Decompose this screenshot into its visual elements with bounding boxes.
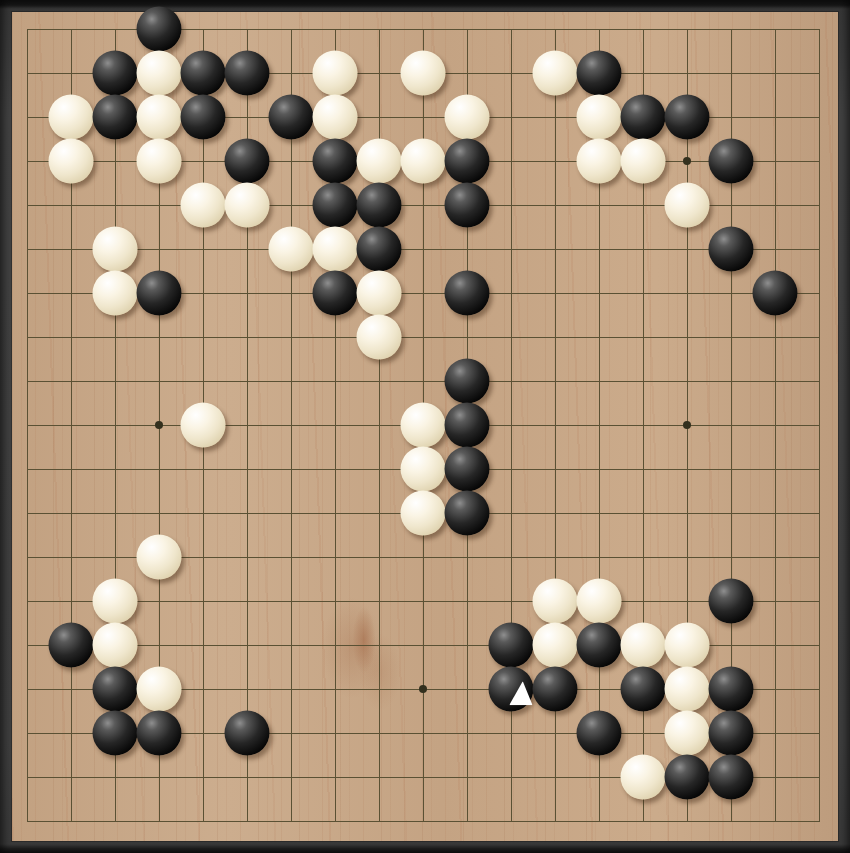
white-stone[interactable] <box>313 51 358 96</box>
white-stone[interactable] <box>357 315 402 360</box>
black-stone[interactable] <box>489 667 534 712</box>
black-stone[interactable] <box>313 139 358 184</box>
white-stone[interactable] <box>533 579 578 624</box>
white-stone[interactable] <box>401 51 446 96</box>
black-stone[interactable] <box>445 359 490 404</box>
white-stone[interactable] <box>533 623 578 668</box>
black-stone[interactable] <box>137 271 182 316</box>
star-point <box>419 685 427 693</box>
go-board[interactable] <box>12 12 838 841</box>
black-stone[interactable] <box>709 579 754 624</box>
white-stone[interactable] <box>665 183 710 228</box>
white-stone[interactable] <box>137 51 182 96</box>
white-stone[interactable] <box>621 623 666 668</box>
black-stone[interactable] <box>49 623 94 668</box>
black-stone[interactable] <box>181 51 226 96</box>
white-stone[interactable] <box>401 403 446 448</box>
white-stone[interactable] <box>137 139 182 184</box>
black-stone[interactable] <box>225 711 270 756</box>
black-stone[interactable] <box>313 183 358 228</box>
black-stone[interactable] <box>621 95 666 140</box>
star-point <box>683 421 691 429</box>
black-stone[interactable] <box>445 447 490 492</box>
star-point <box>155 421 163 429</box>
black-stone[interactable] <box>357 183 402 228</box>
white-stone[interactable] <box>357 271 402 316</box>
white-stone[interactable] <box>225 183 270 228</box>
black-stone[interactable] <box>709 711 754 756</box>
white-stone[interactable] <box>621 755 666 800</box>
black-stone[interactable] <box>93 667 138 712</box>
black-stone[interactable] <box>445 183 490 228</box>
go-app-window <box>0 0 850 853</box>
white-stone[interactable] <box>93 623 138 668</box>
white-stone[interactable] <box>665 667 710 712</box>
black-stone[interactable] <box>621 667 666 712</box>
white-stone[interactable] <box>577 95 622 140</box>
white-stone[interactable] <box>93 579 138 624</box>
black-stone[interactable] <box>445 139 490 184</box>
black-stone[interactable] <box>225 51 270 96</box>
black-stone[interactable] <box>313 271 358 316</box>
star-point <box>683 157 691 165</box>
black-stone[interactable] <box>137 711 182 756</box>
white-stone[interactable] <box>621 139 666 184</box>
white-stone[interactable] <box>49 95 94 140</box>
black-stone[interactable] <box>665 755 710 800</box>
white-stone[interactable] <box>401 139 446 184</box>
white-stone[interactable] <box>93 271 138 316</box>
black-stone[interactable] <box>709 755 754 800</box>
white-stone[interactable] <box>49 139 94 184</box>
black-stone[interactable] <box>577 623 622 668</box>
white-stone[interactable] <box>137 535 182 580</box>
black-stone[interactable] <box>533 667 578 712</box>
white-stone[interactable] <box>181 403 226 448</box>
white-stone[interactable] <box>577 139 622 184</box>
black-stone[interactable] <box>93 95 138 140</box>
white-stone[interactable] <box>93 227 138 272</box>
white-stone[interactable] <box>181 183 226 228</box>
black-stone[interactable] <box>93 51 138 96</box>
black-stone[interactable] <box>445 403 490 448</box>
white-stone[interactable] <box>665 623 710 668</box>
black-stone[interactable] <box>577 711 622 756</box>
black-stone[interactable] <box>709 227 754 272</box>
white-stone[interactable] <box>665 711 710 756</box>
black-stone[interactable] <box>753 271 798 316</box>
last-move-triangle-marker <box>509 681 532 705</box>
black-stone[interactable] <box>709 667 754 712</box>
white-stone[interactable] <box>445 95 490 140</box>
white-stone[interactable] <box>313 95 358 140</box>
black-stone[interactable] <box>445 271 490 316</box>
white-stone[interactable] <box>269 227 314 272</box>
white-stone[interactable] <box>401 491 446 536</box>
black-stone[interactable] <box>489 623 534 668</box>
black-stone[interactable] <box>137 7 182 52</box>
black-stone[interactable] <box>665 95 710 140</box>
black-stone[interactable] <box>445 491 490 536</box>
white-stone[interactable] <box>577 579 622 624</box>
black-stone[interactable] <box>225 139 270 184</box>
black-stone[interactable] <box>577 51 622 96</box>
black-stone[interactable] <box>709 139 754 184</box>
white-stone[interactable] <box>401 447 446 492</box>
black-stone[interactable] <box>357 227 402 272</box>
black-stone[interactable] <box>269 95 314 140</box>
white-stone[interactable] <box>357 139 402 184</box>
white-stone[interactable] <box>313 227 358 272</box>
white-stone[interactable] <box>137 667 182 712</box>
black-stone[interactable] <box>93 711 138 756</box>
black-stone[interactable] <box>181 95 226 140</box>
white-stone[interactable] <box>137 95 182 140</box>
white-stone[interactable] <box>533 51 578 96</box>
